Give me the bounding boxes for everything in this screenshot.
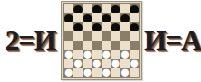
board-square: ● (73, 59, 82, 68)
black-checker: ● (83, 13, 92, 22)
board-square (111, 13, 120, 22)
board-square (120, 31, 129, 40)
board-square (64, 59, 73, 68)
right-caption: И=А (144, 26, 200, 56)
board-square: ● (120, 68, 129, 77)
white-checker: ● (83, 50, 92, 59)
board-square: ● (73, 4, 82, 13)
board-square (64, 22, 73, 31)
board-square (92, 31, 101, 40)
board-square (102, 59, 111, 68)
board-square (73, 41, 82, 50)
white-checker: ● (73, 59, 82, 68)
board-square (73, 68, 82, 77)
board-square (130, 13, 139, 22)
black-checker: ● (73, 4, 82, 13)
board-square: ● (73, 22, 82, 31)
board-square: ● (64, 13, 73, 22)
black-checker: ● (130, 4, 139, 13)
board-square: ● (102, 13, 111, 22)
white-checker: ● (64, 50, 73, 59)
board-square: ● (130, 59, 139, 68)
board-square (83, 4, 92, 13)
white-checker: ● (111, 59, 120, 68)
white-checker: ● (83, 68, 92, 77)
board-square: ● (64, 68, 73, 77)
board-square (73, 31, 82, 40)
left-caption: 2=И (1, 26, 59, 56)
black-checker: ● (111, 4, 120, 13)
rebus-image: 2=И ●●●●●●●●●●●●●●●●●●●●●●●● И=А (0, 0, 201, 82)
board-square: ● (130, 4, 139, 13)
board-square: ● (111, 22, 120, 31)
board-square (83, 59, 92, 68)
white-checker: ● (64, 68, 73, 77)
board-square (120, 22, 129, 31)
board-square (120, 59, 129, 68)
board-square: ● (120, 50, 129, 59)
white-checker: ● (120, 50, 129, 59)
board-square (111, 50, 120, 59)
board-square (92, 13, 101, 22)
board-square (102, 41, 111, 50)
board-square (130, 31, 139, 40)
board-square (102, 4, 111, 13)
black-checker: ● (102, 13, 111, 22)
board-square (92, 68, 101, 77)
board-square (102, 31, 111, 40)
board-square (83, 41, 92, 50)
board-square: ● (83, 50, 92, 59)
board-square (64, 4, 73, 13)
black-checker: ● (130, 22, 139, 31)
board-square: ● (120, 13, 129, 22)
white-checker: ● (102, 68, 111, 77)
board-square: ● (83, 13, 92, 22)
black-checker: ● (92, 22, 101, 31)
board-square (92, 41, 101, 50)
board-square (130, 41, 139, 50)
black-checker: ● (120, 13, 129, 22)
board-square: ● (111, 59, 120, 68)
board-square: ● (102, 68, 111, 77)
board-square (102, 22, 111, 31)
white-checker: ● (92, 59, 101, 68)
board-square: ● (92, 4, 101, 13)
board-square (111, 41, 120, 50)
board-square: ● (102, 50, 111, 59)
board-square (111, 68, 120, 77)
white-checker: ● (102, 50, 111, 59)
board-square: ● (111, 4, 120, 13)
white-checker: ● (120, 68, 129, 77)
board-square (73, 50, 82, 59)
board-square (111, 31, 120, 40)
black-checker: ● (111, 22, 120, 31)
black-checker: ● (92, 4, 101, 13)
board-grid: ●●●●●●●●●●●●●●●●●●●●●●●● (64, 4, 139, 77)
board-square: ● (92, 22, 101, 31)
board-square (83, 22, 92, 31)
board-square: ● (83, 68, 92, 77)
black-checker: ● (64, 13, 73, 22)
board-square (83, 31, 92, 40)
checkers-board: ●●●●●●●●●●●●●●●●●●●●●●●● (61, 1, 142, 80)
board-square: ● (92, 59, 101, 68)
board-square (120, 41, 129, 50)
board-square: ● (64, 50, 73, 59)
board-square (64, 31, 73, 40)
board-square (120, 4, 129, 13)
board-square: ● (130, 22, 139, 31)
board-square (73, 13, 82, 22)
white-checker: ● (130, 59, 139, 68)
board-square (130, 50, 139, 59)
board-square (130, 68, 139, 77)
board-square (64, 41, 73, 50)
black-checker: ● (73, 22, 82, 31)
board-square (92, 50, 101, 59)
